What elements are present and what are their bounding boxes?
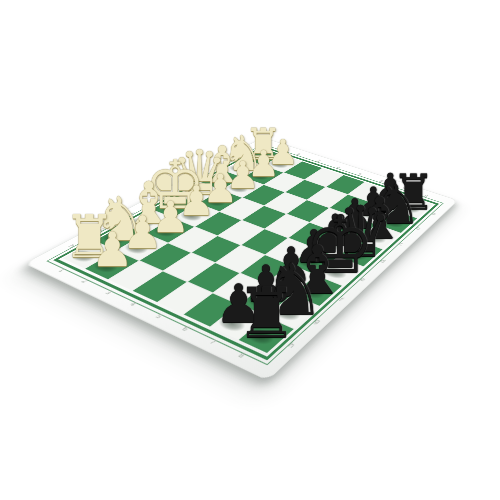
coordinate-label: c xyxy=(398,242,405,247)
coordinate-label: a xyxy=(431,212,437,216)
checker-grid xyxy=(63,149,433,354)
coordinate-label: 6 xyxy=(180,326,190,333)
coordinate-label: 2 xyxy=(79,278,89,284)
coordinate-label: 8 xyxy=(236,352,246,359)
coordinate-label: 5 xyxy=(153,313,163,320)
board-mat: aa11bb22cc33dd44ee55ff66gg77hh88 xyxy=(24,137,458,380)
coordinate-label: 3 xyxy=(103,290,113,296)
coordinate-label: 7 xyxy=(208,338,218,345)
product-photo: aa11bb22cc33dd44ee55ff66gg77hh88 ♜♞♝♛♚♝♞… xyxy=(0,0,500,500)
coordinate-label: b xyxy=(415,227,422,231)
coordinate-label: 4 xyxy=(128,301,138,307)
